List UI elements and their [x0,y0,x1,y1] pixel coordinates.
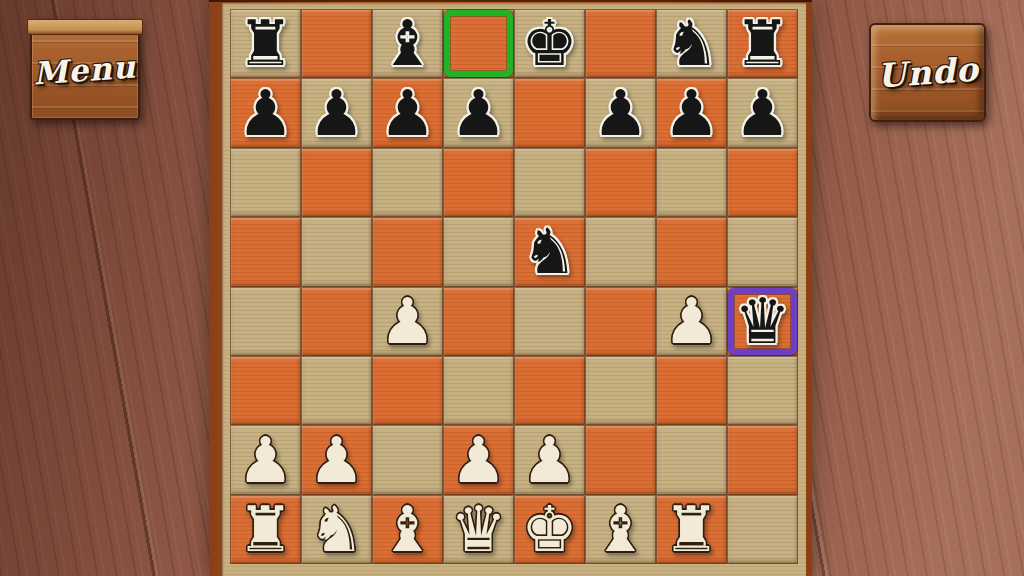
square-b5[interactable] [301,217,372,286]
piece-white-bishop[interactable]: ♝ [585,495,656,564]
piece-white-pawn[interactable]: ♟ [301,425,372,494]
square-a4[interactable] [230,287,301,356]
square-g3[interactable] [656,356,727,425]
square-h1[interactable] [727,495,798,564]
square-e3[interactable] [514,356,585,425]
undo-button[interactable]: Undo [869,23,986,122]
menu-button[interactable]: Menu [30,19,140,120]
square-b1[interactable]: ♞ [301,495,372,564]
square-a8[interactable]: ♜ [230,9,301,78]
square-d3[interactable] [443,356,514,425]
square-c2[interactable] [372,425,443,494]
square-b4[interactable] [301,287,372,356]
square-e4[interactable] [514,287,585,356]
square-a1[interactable]: ♜ [230,495,301,564]
square-f4[interactable] [585,287,656,356]
square-d2[interactable]: ♟ [443,425,514,494]
square-e8[interactable]: ♚ [514,9,585,78]
menu-button-label: Menu [32,48,137,91]
square-d8[interactable] [443,9,514,78]
square-f5[interactable] [585,217,656,286]
piece-black-pawn[interactable]: ♟ [301,78,372,147]
square-f8[interactable] [585,9,656,78]
square-b3[interactable] [301,356,372,425]
piece-black-pawn[interactable]: ♟ [656,78,727,147]
square-f6[interactable] [585,148,656,217]
square-h6[interactable] [727,148,798,217]
square-a6[interactable] [230,148,301,217]
square-h7[interactable]: ♟ [727,78,798,147]
square-e5[interactable]: ♞ [514,217,585,286]
piece-black-pawn[interactable]: ♟ [230,78,301,147]
square-h3[interactable] [727,356,798,425]
square-b2[interactable]: ♟ [301,425,372,494]
piece-black-pawn[interactable]: ♟ [443,78,514,147]
square-d4[interactable] [443,287,514,356]
square-d6[interactable] [443,148,514,217]
piece-white-pawn[interactable]: ♟ [443,425,514,494]
undo-button-label: Undo [875,49,979,95]
square-a3[interactable] [230,356,301,425]
square-f2[interactable] [585,425,656,494]
piece-white-rook[interactable]: ♜ [230,495,301,564]
square-g4[interactable]: ♟ [656,287,727,356]
piece-black-bishop[interactable]: ♝ [372,9,443,78]
square-g2[interactable] [656,425,727,494]
piece-white-pawn[interactable]: ♟ [230,425,301,494]
piece-black-rook[interactable]: ♜ [230,9,301,78]
piece-white-bishop[interactable]: ♝ [372,495,443,564]
square-f7[interactable]: ♟ [585,78,656,147]
square-g6[interactable] [656,148,727,217]
square-c6[interactable] [372,148,443,217]
square-c8[interactable]: ♝ [372,9,443,78]
square-c7[interactable]: ♟ [372,78,443,147]
piece-black-pawn[interactable]: ♟ [727,78,798,147]
square-g1[interactable]: ♜ [656,495,727,564]
piece-white-rook[interactable]: ♜ [656,495,727,564]
square-e6[interactable] [514,148,585,217]
piece-black-queen[interactable]: ♛ [727,287,798,356]
board-grid: ♜♝♚♞♜♟♟♟♟♟♟♟♞♟♟♛♟♟♟♟♜♞♝♛♚♝♜ [230,9,798,564]
square-a7[interactable]: ♟ [230,78,301,147]
square-h5[interactable] [727,217,798,286]
square-f3[interactable] [585,356,656,425]
square-f1[interactable]: ♝ [585,495,656,564]
piece-white-king[interactable]: ♚ [514,495,585,564]
square-b7[interactable]: ♟ [301,78,372,147]
square-c3[interactable] [372,356,443,425]
piece-white-knight[interactable]: ♞ [301,495,372,564]
square-e1[interactable]: ♚ [514,495,585,564]
piece-black-pawn[interactable]: ♟ [372,78,443,147]
square-d5[interactable] [443,217,514,286]
chess-board: ♜♝♚♞♜♟♟♟♟♟♟♟♞♟♟♛♟♟♟♟♜♞♝♛♚♝♜ [209,0,812,576]
piece-black-king[interactable]: ♚ [514,9,585,78]
piece-black-pawn[interactable]: ♟ [585,78,656,147]
square-a5[interactable] [230,217,301,286]
square-g5[interactable] [656,217,727,286]
square-h4[interactable]: ♛ [727,287,798,356]
square-g8[interactable]: ♞ [656,9,727,78]
square-d1[interactable]: ♛ [443,495,514,564]
board-frame: ♜♝♚♞♜♟♟♟♟♟♟♟♞♟♟♛♟♟♟♟♜♞♝♛♚♝♜ [222,3,806,576]
square-d7[interactable]: ♟ [443,78,514,147]
square-c1[interactable]: ♝ [372,495,443,564]
square-h8[interactable]: ♜ [727,9,798,78]
square-e7[interactable] [514,78,585,147]
piece-black-knight[interactable]: ♞ [656,9,727,78]
square-c4[interactable]: ♟ [372,287,443,356]
square-b6[interactable] [301,148,372,217]
square-b8[interactable] [301,9,372,78]
square-h2[interactable] [727,425,798,494]
piece-black-knight[interactable]: ♞ [514,217,585,286]
piece-white-pawn[interactable]: ♟ [656,287,727,356]
piece-black-rook[interactable]: ♜ [727,9,798,78]
green-highlight-ring [444,10,513,77]
piece-white-queen[interactable]: ♛ [443,495,514,564]
square-e2[interactable]: ♟ [514,425,585,494]
square-c5[interactable] [372,217,443,286]
piece-white-pawn[interactable]: ♟ [514,425,585,494]
app-background: { "game": "chess", "app": { "menu_button… [0,0,1024,576]
square-g7[interactable]: ♟ [656,78,727,147]
piece-white-pawn[interactable]: ♟ [372,287,443,356]
square-a2[interactable]: ♟ [230,425,301,494]
